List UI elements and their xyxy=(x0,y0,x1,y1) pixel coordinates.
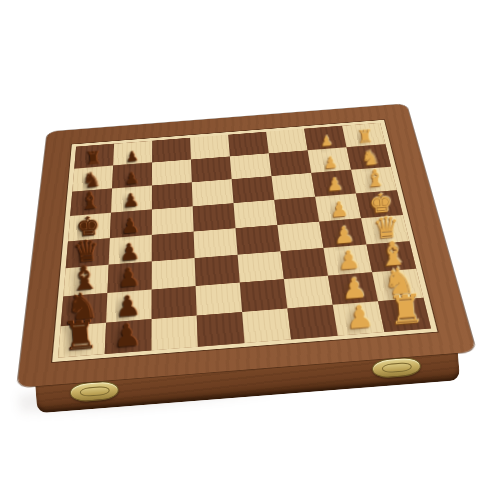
black-pawn[interactable]: ♟ xyxy=(116,264,141,291)
white-pawn[interactable]: ♟ xyxy=(329,198,349,220)
square-c5[interactable] xyxy=(195,255,240,286)
white-pawn[interactable]: ♟ xyxy=(323,154,338,171)
square-d5[interactable] xyxy=(194,228,238,258)
square-g5[interactable] xyxy=(191,156,232,182)
board-rotation-wrapper: ♜♟♟♜♞♟♟♞♝♟♟♝♚♟♟♚♛♟♟♛♝♟♟♝♞♟♟♞♜♟♟♜ xyxy=(0,0,480,480)
brass-latch-right-plate xyxy=(381,361,412,373)
square-f4[interactable] xyxy=(232,176,275,203)
white-pawn[interactable]: ♟ xyxy=(320,134,333,149)
square-h2[interactable]: ♟ xyxy=(304,126,346,151)
square-e5[interactable] xyxy=(193,203,236,231)
white-pawn[interactable]: ♟ xyxy=(337,247,362,274)
square-a5[interactable] xyxy=(197,312,245,347)
black-rook[interactable]: ♜ xyxy=(84,148,101,167)
square-d3[interactable] xyxy=(277,222,323,252)
square-e7[interactable]: ♟ xyxy=(110,210,152,239)
square-h1[interactable]: ♜ xyxy=(342,123,385,148)
square-h5[interactable] xyxy=(190,135,230,160)
chessboard-frame: ♜♟♟♜♞♟♟♞♝♟♟♝♚♟♟♚♛♟♟♛♝♟♟♝♞♟♟♞♜♟♟♜ xyxy=(17,104,476,388)
square-d6[interactable] xyxy=(152,232,195,262)
square-c6[interactable] xyxy=(152,258,196,289)
black-pawn[interactable]: ♟ xyxy=(118,239,140,263)
square-e4[interactable] xyxy=(234,200,278,228)
black-pawn[interactable]: ♟ xyxy=(125,149,138,164)
square-b6[interactable] xyxy=(151,286,196,319)
square-f2[interactable]: ♟ xyxy=(311,170,356,197)
square-d7[interactable]: ♟ xyxy=(109,235,152,265)
square-e3[interactable] xyxy=(274,197,319,225)
square-c3[interactable] xyxy=(281,248,328,279)
square-g2[interactable]: ♟ xyxy=(308,147,352,173)
square-a4[interactable] xyxy=(242,308,291,343)
white-rook[interactable]: ♜ xyxy=(387,288,426,331)
square-g6[interactable] xyxy=(152,159,192,185)
square-h3[interactable] xyxy=(266,129,308,154)
square-g7[interactable]: ♟ xyxy=(112,163,152,189)
square-a2[interactable]: ♟ xyxy=(333,301,385,335)
square-b5[interactable] xyxy=(196,283,242,316)
square-a3[interactable] xyxy=(287,305,337,340)
white-pawn[interactable]: ♟ xyxy=(345,301,375,334)
square-a7[interactable]: ♟ xyxy=(105,319,152,354)
white-rook[interactable]: ♜ xyxy=(357,127,374,146)
square-a8[interactable]: ♜ xyxy=(58,323,106,358)
square-g4[interactable] xyxy=(230,153,272,179)
black-pawn[interactable]: ♟ xyxy=(122,192,140,211)
square-e2[interactable]: ♟ xyxy=(315,193,361,221)
square-f3[interactable] xyxy=(271,173,315,200)
square-f5[interactable] xyxy=(192,179,234,206)
square-a6[interactable] xyxy=(151,316,198,351)
black-pawn[interactable]: ♟ xyxy=(120,215,140,237)
square-a1[interactable]: ♜ xyxy=(378,298,431,332)
square-h6[interactable] xyxy=(152,138,191,163)
black-pawn[interactable]: ♟ xyxy=(112,319,142,352)
white-pawn[interactable]: ♟ xyxy=(326,176,344,195)
brass-latch-right[interactable] xyxy=(371,356,421,379)
square-c4[interactable] xyxy=(238,251,284,282)
square-d2[interactable]: ♟ xyxy=(319,218,366,248)
square-e6[interactable] xyxy=(152,206,194,235)
square-g3[interactable] xyxy=(269,150,312,176)
square-b4[interactable] xyxy=(240,279,288,312)
square-h7[interactable]: ♟ xyxy=(113,141,152,166)
square-f6[interactable] xyxy=(152,182,193,209)
square-b3[interactable] xyxy=(284,276,333,309)
square-h4[interactable] xyxy=(228,132,269,157)
black-rook[interactable]: ♜ xyxy=(60,314,99,357)
white-pawn[interactable]: ♟ xyxy=(333,222,355,246)
chessboard: ♜♟♟♜♞♟♟♞♝♟♟♝♚♟♟♚♛♟♟♛♝♟♟♝♞♟♟♞♜♟♟♜ xyxy=(52,120,437,362)
square-d4[interactable] xyxy=(235,225,280,255)
square-f7[interactable]: ♟ xyxy=(111,185,152,212)
square-c7[interactable]: ♟ xyxy=(107,261,151,293)
product-photo: ♜♟♟♜♞♟♟♞♝♟♟♝♚♟♟♚♛♟♟♛♝♟♟♝♞♟♟♞♜♟♟♜ xyxy=(0,0,480,480)
square-h8[interactable]: ♜ xyxy=(74,144,114,169)
brass-latch-left-plate xyxy=(79,385,110,397)
brass-latch-left[interactable] xyxy=(69,380,119,403)
black-pawn[interactable]: ♟ xyxy=(124,170,139,187)
board-tilt: ♜♟♟♜♞♟♟♞♝♟♟♝♚♟♟♚♛♟♟♛♝♟♟♝♞♟♟♞♜♟♟♜ xyxy=(17,104,476,388)
